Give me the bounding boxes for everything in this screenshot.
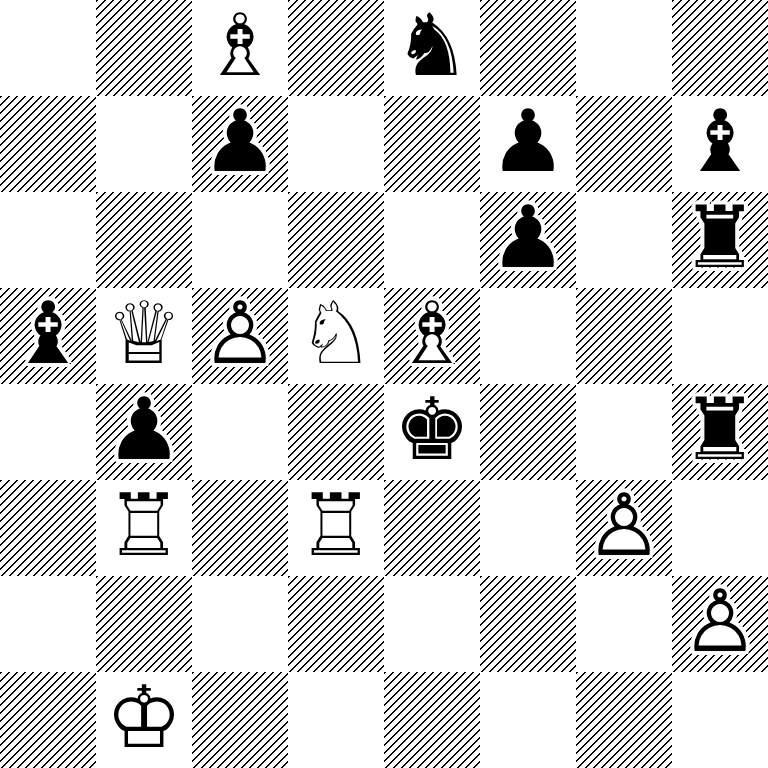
square-d7[interactable]: [288, 96, 384, 192]
square-h2[interactable]: ♟♙: [672, 576, 768, 672]
square-d4[interactable]: [288, 384, 384, 480]
square-g2[interactable]: [576, 576, 672, 672]
black-king-icon: ♚: [384, 384, 480, 474]
square-c5[interactable]: ♟♙: [192, 288, 288, 384]
square-b2[interactable]: [96, 576, 192, 672]
piece-black-rook[interactable]: ♜♜: [672, 384, 768, 480]
piece-white-pawn[interactable]: ♟♙: [576, 480, 672, 576]
square-f5[interactable]: [480, 288, 576, 384]
square-g5[interactable]: [576, 288, 672, 384]
white-pawn-icon: ♙: [576, 480, 672, 570]
square-b4[interactable]: ♟♟: [96, 384, 192, 480]
square-b8[interactable]: [96, 0, 192, 96]
square-h6[interactable]: ♜♜: [672, 192, 768, 288]
piece-white-pawn[interactable]: ♟♙: [192, 288, 288, 384]
white-pawn-icon: ♙: [192, 288, 288, 378]
black-pawn-icon: ♟: [480, 192, 576, 282]
square-e1[interactable]: [384, 672, 480, 768]
square-g7[interactable]: [576, 96, 672, 192]
square-f3[interactable]: [480, 480, 576, 576]
piece-white-queen[interactable]: ♛♕: [96, 288, 192, 384]
piece-black-pawn[interactable]: ♟♟: [480, 96, 576, 192]
square-g8[interactable]: [576, 0, 672, 96]
square-a4[interactable]: [0, 384, 96, 480]
piece-black-pawn[interactable]: ♟♟: [480, 192, 576, 288]
square-c3[interactable]: [192, 480, 288, 576]
square-e3[interactable]: [384, 480, 480, 576]
piece-black-king[interactable]: ♚♚: [384, 384, 480, 480]
piece-black-rook[interactable]: ♜♜: [672, 192, 768, 288]
square-h4[interactable]: ♜♜: [672, 384, 768, 480]
black-bishop-icon: ♝: [0, 288, 96, 378]
black-pawn-icon: ♟: [192, 96, 288, 186]
piece-white-knight[interactable]: ♞♘: [288, 288, 384, 384]
white-knight-icon: ♘: [288, 288, 384, 378]
square-d3[interactable]: ♜♖: [288, 480, 384, 576]
square-c2[interactable]: [192, 576, 288, 672]
piece-black-bishop[interactable]: ♝♝: [672, 96, 768, 192]
square-g1[interactable]: [576, 672, 672, 768]
square-a7[interactable]: [0, 96, 96, 192]
square-e6[interactable]: [384, 192, 480, 288]
black-rook-icon: ♜: [672, 192, 768, 282]
square-d5[interactable]: ♞♘: [288, 288, 384, 384]
piece-white-rook[interactable]: ♜♖: [96, 480, 192, 576]
square-h7[interactable]: ♝♝: [672, 96, 768, 192]
black-pawn-icon: ♟: [480, 96, 576, 186]
square-e4[interactable]: ♚♚: [384, 384, 480, 480]
square-b6[interactable]: [96, 192, 192, 288]
square-a2[interactable]: [0, 576, 96, 672]
white-pawn-icon: ♙: [672, 576, 768, 666]
chess-board: ♝♗♞♞♟♟♟♟♝♝♟♟♜♜♝♝♛♕♟♙♞♘♝♗♟♟♚♚♜♜♜♖♜♖♟♙♟♙♚♔: [0, 0, 768, 768]
piece-white-rook[interactable]: ♜♖: [288, 480, 384, 576]
square-h3[interactable]: [672, 480, 768, 576]
square-b1[interactable]: ♚♔: [96, 672, 192, 768]
square-c4[interactable]: [192, 384, 288, 480]
square-d6[interactable]: [288, 192, 384, 288]
black-rook-icon: ♜: [672, 384, 768, 474]
square-b7[interactable]: [96, 96, 192, 192]
white-bishop-icon: ♗: [384, 288, 480, 378]
square-a1[interactable]: [0, 672, 96, 768]
square-h5[interactable]: [672, 288, 768, 384]
square-f1[interactable]: [480, 672, 576, 768]
square-f4[interactable]: [480, 384, 576, 480]
square-a8[interactable]: [0, 0, 96, 96]
piece-black-bishop[interactable]: ♝♝: [0, 288, 96, 384]
square-c1[interactable]: [192, 672, 288, 768]
piece-black-knight[interactable]: ♞♞: [384, 0, 480, 96]
square-h1[interactable]: [672, 672, 768, 768]
square-f6[interactable]: ♟♟: [480, 192, 576, 288]
square-h8[interactable]: [672, 0, 768, 96]
black-pawn-icon: ♟: [96, 384, 192, 474]
square-g4[interactable]: [576, 384, 672, 480]
piece-black-pawn[interactable]: ♟♟: [96, 384, 192, 480]
square-c6[interactable]: [192, 192, 288, 288]
square-f7[interactable]: ♟♟: [480, 96, 576, 192]
square-f8[interactable]: [480, 0, 576, 96]
piece-black-pawn[interactable]: ♟♟: [192, 96, 288, 192]
piece-white-pawn[interactable]: ♟♙: [672, 576, 768, 672]
white-bishop-icon: ♗: [192, 0, 288, 90]
square-c7[interactable]: ♟♟: [192, 96, 288, 192]
piece-white-king[interactable]: ♚♔: [96, 672, 192, 768]
square-g3[interactable]: ♟♙: [576, 480, 672, 576]
square-a5[interactable]: ♝♝: [0, 288, 96, 384]
white-queen-icon: ♕: [96, 288, 192, 378]
piece-white-bishop[interactable]: ♝♗: [384, 288, 480, 384]
square-c8[interactable]: ♝♗: [192, 0, 288, 96]
square-g6[interactable]: [576, 192, 672, 288]
square-e8[interactable]: ♞♞: [384, 0, 480, 96]
square-d2[interactable]: [288, 576, 384, 672]
square-e7[interactable]: [384, 96, 480, 192]
square-b5[interactable]: ♛♕: [96, 288, 192, 384]
square-a6[interactable]: [0, 192, 96, 288]
square-f2[interactable]: [480, 576, 576, 672]
square-d1[interactable]: [288, 672, 384, 768]
square-d8[interactable]: [288, 0, 384, 96]
square-a3[interactable]: [0, 480, 96, 576]
piece-white-bishop[interactable]: ♝♗: [192, 0, 288, 96]
black-bishop-icon: ♝: [672, 96, 768, 186]
white-king-icon: ♔: [96, 672, 192, 762]
square-e5[interactable]: ♝♗: [384, 288, 480, 384]
square-e2[interactable]: [384, 576, 480, 672]
white-rook-icon: ♖: [288, 480, 384, 570]
black-knight-icon: ♞: [384, 0, 480, 90]
white-rook-icon: ♖: [96, 480, 192, 570]
square-b3[interactable]: ♜♖: [96, 480, 192, 576]
